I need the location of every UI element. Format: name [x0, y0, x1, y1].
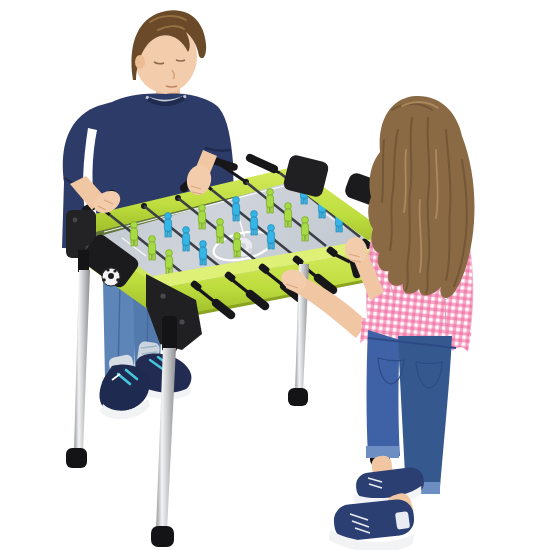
heel-patch — [395, 511, 410, 530]
girl-jeans-left-leg — [367, 330, 401, 456]
photo-stage — [0, 0, 550, 550]
soccer-ball-icon — [102, 268, 120, 286]
girl-hair — [368, 96, 474, 298]
foosball-scene — [0, 0, 550, 550]
boy-ear — [135, 55, 145, 69]
